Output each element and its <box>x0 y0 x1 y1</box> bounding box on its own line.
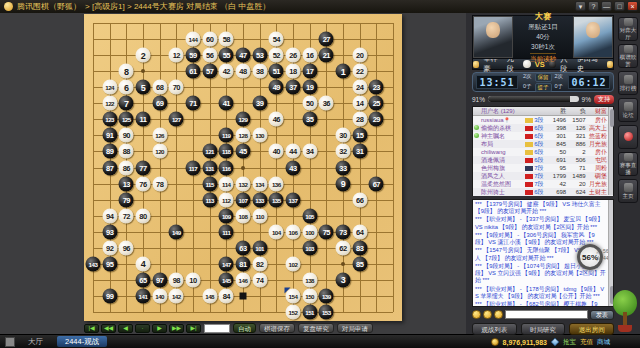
clock-bar: 13:51 2次保留2次 0子提子0子 06:12 <box>472 72 614 92</box>
black-stone-91: 91 <box>102 128 117 143</box>
white-clock: 13:51 <box>476 75 518 89</box>
white-stone-20: 20 <box>352 48 367 63</box>
col-wins[interactable]: 胜 <box>548 107 566 116</box>
white-stone-66: 66 <box>352 192 367 207</box>
match-info: 大赛 黑贴还1目 40分 30秒1次 当前读秒 <box>513 16 573 58</box>
diamond-icon <box>550 337 559 346</box>
hoshi-point <box>241 166 245 170</box>
black-stone-31: 31 <box>352 144 367 159</box>
chat-input-row: 发表 <box>472 309 614 320</box>
black-stone-77: 77 <box>136 160 151 175</box>
spectator-wins: 1799 <box>548 173 566 179</box>
spectator-name: 布局 <box>473 140 524 149</box>
medal-icon-left <box>473 61 479 68</box>
minimize-button[interactable]: — <box>601 1 612 11</box>
black-stone-85: 85 <box>352 256 367 271</box>
black-stone-43: 43 <box>286 160 301 175</box>
spectator-dan: 6段 <box>534 188 548 197</box>
flag-icon <box>525 166 533 171</box>
nav-dot[interactable]: · <box>135 324 150 333</box>
black-stone-35: 35 <box>302 112 317 127</box>
rail-label: 主页 <box>623 193 634 199</box>
black-stone-105: 105 <box>302 208 317 223</box>
black-stone-41: 41 <box>219 96 234 111</box>
white-stone-42: 42 <box>219 64 234 79</box>
shop-button[interactable]: 商城 <box>597 338 610 347</box>
nav-forward[interactable]: ▶ <box>152 324 167 333</box>
black-stone-11: 11 <box>136 112 151 127</box>
black-clock: 06:12 <box>568 75 610 89</box>
black-stone-21: 21 <box>319 48 334 63</box>
flag-icon <box>525 118 533 123</box>
chat-message-system: *** 【1379号房间】 健察 【9段】 VS 玮仕久富主 【9段】 的友谊对… <box>475 201 606 215</box>
spectator-name: 陈州骑士 <box>473 188 524 197</box>
white-stone-136: 136 <box>269 176 284 191</box>
chat-message-system: *** 【职业对局】 - 【337号房间】 麦宝贝 【9段】 VS nikita… <box>475 216 606 230</box>
white-support-pct: 9% <box>582 96 591 103</box>
spectator-flag <box>524 166 535 171</box>
white-stone-120: 120 <box>152 144 167 159</box>
tab-lobby[interactable]: 大厅 <box>20 336 51 347</box>
black-stone-99: 99 <box>102 288 117 303</box>
pin-button[interactable]: ▾ <box>575 1 586 11</box>
black-stone-19: 19 <box>302 80 317 95</box>
decorative-tree <box>612 290 638 332</box>
black-stone-3: 3 <box>336 272 351 287</box>
black-stone-7: 7 <box>119 96 134 111</box>
black-stone-97: 97 <box>152 272 167 287</box>
black-stone-65: 65 <box>136 272 151 287</box>
white-stone-114: 114 <box>219 176 234 191</box>
white-stone-12: 12 <box>169 48 184 63</box>
nav-gray-buttons: 棋谱保存复盘研究对局申请 <box>259 323 373 333</box>
flag-icon <box>525 134 533 139</box>
black-stone-15: 15 <box>352 128 367 143</box>
black-stone-103: 103 <box>302 240 317 255</box>
black-stone-145: 145 <box>219 272 234 287</box>
clock-tag: 0子 <box>523 83 532 92</box>
spectator-table: 用户名 (129) 胜 负 财富 russiaua📍3段14961507房仆偷偷… <box>472 106 614 196</box>
flag-icon <box>525 190 533 195</box>
spectator-losses: 2 <box>566 149 586 155</box>
white-stone-126: 126 <box>152 128 167 143</box>
match-type: 大赛 <box>535 11 551 22</box>
black-stone-45: 45 <box>236 144 251 159</box>
white-stone-102: 102 <box>286 256 301 271</box>
white-stone-150: 150 <box>302 288 317 303</box>
white-stone-74: 74 <box>252 272 267 287</box>
spectator-name: chiliwang <box>473 149 524 155</box>
clock-tag: 保留 <box>535 73 552 82</box>
white-stone-88: 88 <box>119 144 134 159</box>
white-stone-146: 146 <box>236 272 251 287</box>
white-stone-86: 86 <box>119 160 134 175</box>
chat-message-system: *** 【职业对局】 - 【682号房间】 樱王棋趣 【9段】 VS 三湘中来 … <box>475 301 606 307</box>
sidebar: 大赛 黑贴还1目 40分 30秒1次 当前读秒 辜梓豪 九段 VS 八段 伊田笃 <box>466 13 640 334</box>
black-stone-49: 49 <box>269 80 284 95</box>
white-stone-48: 48 <box>236 64 251 79</box>
tab-room-2444[interactable]: 2444-观战 <box>57 336 107 347</box>
black-stone-149: 149 <box>169 224 184 239</box>
white-stone-44: 44 <box>286 144 301 159</box>
white-stone-124: 124 <box>102 80 117 95</box>
white-player-face <box>486 22 500 38</box>
black-stone-118: 118 <box>219 144 234 159</box>
pin-icon: 📍 <box>504 117 510 123</box>
black-stone-17: 17 <box>302 64 317 79</box>
white-stone-140: 140 <box>152 288 167 303</box>
black-stone-123: 123 <box>102 112 117 127</box>
spectator-flag <box>524 134 535 139</box>
chat-input[interactable] <box>505 310 588 319</box>
black-stone-69: 69 <box>152 96 167 111</box>
black-stone-107: 107 <box>236 192 251 207</box>
white-stone-100: 100 <box>302 224 317 239</box>
current-phase: 当前读秒 <box>530 53 556 64</box>
auto-play-button[interactable]: 自动 <box>233 323 256 333</box>
money-bar: 8,976,911,983 抢宝 充值 商城 <box>491 335 610 348</box>
white-stone-24: 24 <box>352 80 367 95</box>
spectator-wins: 398 <box>548 125 566 131</box>
white-stone-46: 46 <box>269 112 284 127</box>
spectator-flag <box>524 118 535 123</box>
send-button[interactable]: 发表 <box>590 310 614 320</box>
app-logo-icon <box>4 2 13 11</box>
go-board[interactable]: 1234567891011121314151617181920212223242… <box>84 14 402 321</box>
black-stone-73: 73 <box>336 224 351 239</box>
nav-last[interactable]: ▶| <box>186 324 201 333</box>
rail-button-2[interactable]: 棋谱欣赏 <box>618 44 638 68</box>
black-stone-135: 135 <box>269 192 284 207</box>
white-stone-78: 78 <box>152 176 167 191</box>
black-player-face <box>586 22 600 38</box>
move-number-input[interactable] <box>204 324 230 333</box>
white-stone-108: 108 <box>236 208 251 223</box>
black-stone-79: 79 <box>119 192 134 207</box>
black-stone-129: 129 <box>236 112 251 127</box>
col-losses[interactable]: 负 <box>566 107 586 116</box>
black-stone-33: 33 <box>336 160 351 175</box>
white-stone-82: 82 <box>252 256 267 271</box>
last-move-marker <box>285 287 291 293</box>
white-stone-128: 128 <box>236 128 251 143</box>
spectator-flag <box>524 150 535 155</box>
komi-info: 黑贴还1目 <box>528 23 558 32</box>
hoshi-point <box>141 69 145 73</box>
black-stone-63: 63 <box>236 240 251 255</box>
spectator-wins: 698 <box>548 189 566 195</box>
black-stone-67: 67 <box>369 176 384 191</box>
flag-icon <box>525 142 533 147</box>
clock-tag: 2次 <box>523 73 532 82</box>
chat-box: *** 【1379号房间】 健察 【9段】 VS 玮仕久富主 【9段】 的友谊对… <box>472 199 614 307</box>
white-stone-58: 58 <box>219 32 234 47</box>
white-stone-138: 138 <box>302 272 317 287</box>
white-stone-148: 148 <box>202 288 217 303</box>
black-stone-51: 51 <box>269 64 284 79</box>
black-stone-13: 13 <box>119 176 134 191</box>
black-stone-109: 109 <box>219 208 234 223</box>
emoji-button-2[interactable] <box>483 310 492 319</box>
white-player-photo <box>473 16 513 58</box>
support-bar <box>488 96 579 102</box>
black-stone-131: 131 <box>202 160 217 175</box>
rail-icon <box>624 18 633 26</box>
black-stone-23: 23 <box>369 80 384 95</box>
white-stone-32: 32 <box>336 144 351 159</box>
black-stone-59: 59 <box>186 48 201 63</box>
white-stone-132: 132 <box>236 176 251 191</box>
white-stone-68: 68 <box>152 80 167 95</box>
spectator-losses: 126 <box>566 125 586 131</box>
black-stone-37: 37 <box>286 80 301 95</box>
black-stone-147: 147 <box>219 256 234 271</box>
black-support-pct: 91% <box>472 96 485 103</box>
white-stone-54: 54 <box>269 32 284 47</box>
flag-icon <box>525 126 533 131</box>
coin-amount: 8,976,911,983 <box>503 339 547 346</box>
right-rail: 对弈大厅棋谱欣赏排行榜论坛赛事直播主页 <box>617 17 639 203</box>
white-stone-34: 34 <box>302 144 317 159</box>
spectator-wins: 95 <box>548 165 566 171</box>
white-stone-80: 80 <box>136 208 151 223</box>
support-button[interactable]: 支持 <box>594 95 614 104</box>
spectator-name: russiaua📍 <box>473 117 524 123</box>
recharge-button[interactable]: 充值 <box>580 338 593 347</box>
black-stone-47: 47 <box>236 48 251 63</box>
black-stone-1: 1 <box>336 64 351 79</box>
white-stone-84: 84 <box>219 288 234 303</box>
spectator-losses: 624 <box>566 189 586 195</box>
rail-button-3[interactable]: 排行榜 <box>618 71 638 95</box>
square-marker <box>240 292 247 299</box>
spectator-flag <box>524 182 535 187</box>
rail-button-6[interactable]: 主页 <box>618 179 638 203</box>
black-stone-95: 95 <box>102 256 117 271</box>
rail-label: 排行榜 <box>620 85 637 91</box>
black-stone-111: 111 <box>219 224 234 239</box>
taskbar: 大厅 2444-观战 8,976,911,983 抢宝 充值 商城 <box>0 334 640 348</box>
treasure-button[interactable]: 抢宝 <box>563 338 576 347</box>
nav-arrows: |◀◀◀◀·▶▶▶▶| <box>84 324 201 333</box>
breadcrumb: > [高级房1] > 2444号大赛房 对局结束 （白 中盘胜） <box>85 1 270 12</box>
rail-icon <box>624 153 633 161</box>
nav-first[interactable]: |◀ <box>84 324 99 333</box>
white-stone-8: 8 <box>119 64 134 79</box>
black-stone-5: 5 <box>136 80 151 95</box>
clock-tag: 2次 <box>555 73 564 82</box>
col-username[interactable]: 用户名 (129) <box>473 107 524 116</box>
black-stone-57: 57 <box>202 64 217 79</box>
black-stone-83: 83 <box>352 240 367 255</box>
vip-gift-button[interactable] <box>618 125 638 149</box>
white-stone-152: 152 <box>286 305 301 320</box>
spectator-losses: 71 <box>566 165 586 171</box>
rail-icon <box>624 183 633 192</box>
black-stone-9: 9 <box>336 176 351 191</box>
chat-message-system: *** 【职业对局】 - 【178号房间】 tdmg 【9段】 VS 苹果懦夫 … <box>475 286 606 300</box>
lobby-grid-icon <box>6 338 14 346</box>
black-stone-101: 101 <box>252 240 267 255</box>
flag-icon <box>525 174 533 179</box>
black-stone-125: 125 <box>119 112 134 127</box>
white-stone-50: 50 <box>302 96 317 111</box>
player-panel: 大赛 黑贴还1目 40分 30秒1次 当前读秒 <box>472 15 614 59</box>
maximize-button[interactable]: □ <box>614 1 625 11</box>
white-stone-22: 22 <box>352 64 367 79</box>
rail-button-4[interactable]: 论坛 <box>618 98 638 122</box>
rail-icon <box>624 75 633 84</box>
white-stone-4: 4 <box>136 256 151 271</box>
emoji-button-1[interactable] <box>472 310 481 319</box>
save-kifu-button[interactable]: 棋谱保存 <box>259 323 295 333</box>
white-stone-110: 110 <box>252 208 267 223</box>
black-stone-141: 141 <box>136 288 151 303</box>
white-stone-154: 154 <box>286 288 301 303</box>
main-time-info: 40分 <box>536 33 550 42</box>
black-stone-115: 115 <box>202 176 217 191</box>
black-stone-116: 116 <box>219 160 234 175</box>
spectator-flag <box>524 190 535 195</box>
rail-icon <box>624 45 633 53</box>
spectator-flag <box>524 142 535 147</box>
black-stone-121: 121 <box>202 144 217 159</box>
black-stone-143: 143 <box>86 256 101 271</box>
spectator-losses: 20 <box>566 181 586 187</box>
spectator-list-button[interactable]: 观战列表 <box>472 323 517 335</box>
nav-forward10[interactable]: ▶▶ <box>169 324 184 333</box>
heart-gem-icon <box>624 132 633 141</box>
close-button[interactable]: × <box>627 1 638 11</box>
rail-label: 论坛 <box>623 112 634 118</box>
white-stone-70: 70 <box>169 80 184 95</box>
flag-icon <box>525 182 533 187</box>
rail-icon <box>624 102 633 111</box>
spectator-losses: 1489 <box>566 173 586 179</box>
spectator-losses: 321 <box>566 133 586 139</box>
clock-middle: 2次保留2次 0子提子0子 <box>523 73 563 92</box>
hoshi-point <box>341 262 345 266</box>
spectator-wins: 1496 <box>548 117 566 123</box>
app-title: 腾讯围棋（野狐） <box>17 1 81 12</box>
white-stone-36: 36 <box>319 96 334 111</box>
black-stone-53: 53 <box>252 48 267 63</box>
white-stone-142: 142 <box>169 288 184 303</box>
black-stone-113: 113 <box>202 192 217 207</box>
review-button[interactable]: 复盘研究 <box>298 323 334 333</box>
white-stone-28: 28 <box>352 112 367 127</box>
rail-label: 对弈大厅 <box>619 27 637 40</box>
white-stone-64: 64 <box>352 224 367 239</box>
spectator-wins: 845 <box>548 141 566 147</box>
white-stone-30: 30 <box>336 128 351 143</box>
app-window: 腾讯围棋（野狐） > [高级房1] > 2444号大赛房 对局结束 （白 中盘胜… <box>0 0 640 348</box>
black-stone-127: 127 <box>169 112 184 127</box>
rail-button-1[interactable]: 对弈大厅 <box>618 17 638 41</box>
request-game-button[interactable]: 对局申请 <box>337 323 373 333</box>
black-stone-75: 75 <box>319 224 334 239</box>
white-stone-16: 16 <box>302 48 317 63</box>
spectator-flag <box>524 158 535 163</box>
room-buttons: 观战列表时局研究退出房间 <box>472 323 614 335</box>
black-stone-151: 151 <box>302 305 317 320</box>
emoji-button-3[interactable] <box>494 310 503 319</box>
white-stone-90: 90 <box>119 128 134 143</box>
support-row: 91% 9% 支持 <box>472 94 614 104</box>
white-stone-18: 18 <box>286 64 301 79</box>
black-stone-133: 133 <box>252 192 267 207</box>
spectator-scrollbar[interactable] <box>608 107 613 195</box>
spectator-losses: 1507 <box>566 117 586 123</box>
rail-label: 棋谱欣赏 <box>619 54 637 67</box>
kifu-nav-bar: |◀◀◀◀·▶▶▶▶| 自动 棋谱保存复盘研究对局申请 <box>84 322 464 334</box>
spectator-flag <box>524 126 535 131</box>
black-stone-119: 119 <box>219 128 234 143</box>
medal-icon-right <box>607 61 613 68</box>
white-stone-122: 122 <box>102 96 117 111</box>
white-stone-38: 38 <box>252 64 267 79</box>
spectator-table-body: russiaua📍3段14961507房仆偷偷的杀棋6段398126高大上神主嘱… <box>473 116 613 196</box>
white-stone-26: 26 <box>286 48 301 63</box>
nav-back10[interactable]: ◀◀ <box>101 324 116 333</box>
white-stone-104: 104 <box>269 224 284 239</box>
white-stone-98: 98 <box>169 272 184 287</box>
black-stone-93: 93 <box>102 224 117 239</box>
white-stone-94: 94 <box>102 208 117 223</box>
nav-back[interactable]: ◀ <box>118 324 133 333</box>
white-stone-130: 130 <box>252 128 267 143</box>
black-stone-61: 61 <box>186 64 201 79</box>
white-stone-112: 112 <box>219 192 234 207</box>
spectator-losses: 506 <box>566 157 586 163</box>
spectator-row[interactable]: 陈州骑士6段698624土财主 <box>473 188 613 196</box>
white-stone-14: 14 <box>352 96 367 111</box>
exit-room-button[interactable]: 退出房间 <box>569 323 614 335</box>
position-study-button[interactable]: 时局研究 <box>521 323 566 335</box>
white-stone-2: 2 <box>136 48 151 63</box>
white-stone-72: 72 <box>119 208 134 223</box>
white-stone-40: 40 <box>269 144 284 159</box>
white-stone-92: 92 <box>102 240 117 255</box>
black-stone-71: 71 <box>186 96 201 111</box>
white-stone-134: 134 <box>252 176 267 191</box>
black-stone-117: 117 <box>186 160 201 175</box>
black-stone-87: 87 <box>102 160 117 175</box>
clock-tag: 0子 <box>555 83 564 92</box>
black-player-photo <box>573 16 613 58</box>
spectator-wins: 691 <box>548 157 566 163</box>
white-stone-60: 60 <box>202 32 217 47</box>
black-stone-153: 153 <box>319 305 334 320</box>
black-stone-81: 81 <box>236 256 251 271</box>
rail-label: 赛事直播 <box>619 162 637 175</box>
tree-trunk <box>623 312 627 326</box>
black-stone-137: 137 <box>286 192 301 207</box>
flag-icon <box>525 150 533 155</box>
help-button[interactable]: ? <box>588 1 599 11</box>
online-dot-icon <box>474 133 479 138</box>
white-stone-76: 76 <box>136 176 151 191</box>
flag-icon <box>525 158 533 163</box>
white-stone-10: 10 <box>186 272 201 287</box>
black-stone-39: 39 <box>252 96 267 111</box>
white-stone-62: 62 <box>336 240 351 255</box>
white-stone-96: 96 <box>119 240 134 255</box>
black-stone-27: 27 <box>319 32 334 47</box>
black-stone-89: 89 <box>102 144 117 159</box>
white-stone-52: 52 <box>269 48 284 63</box>
rail-button-5[interactable]: 赛事直播 <box>618 152 638 176</box>
